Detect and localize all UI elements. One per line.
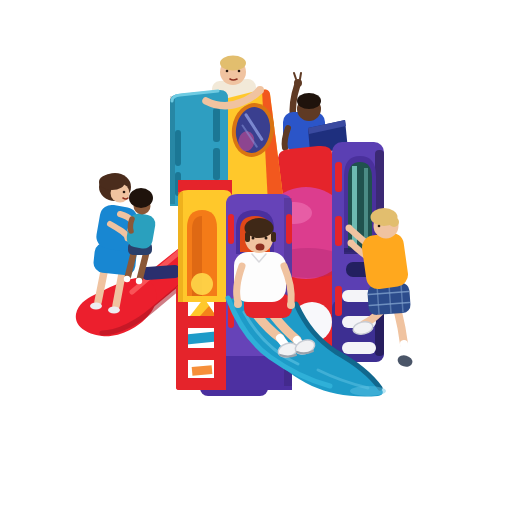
woman-eye xyxy=(123,191,126,194)
climb-boy-hand-2 xyxy=(348,240,355,247)
teal-slot-4 xyxy=(213,148,220,180)
pointing-hair xyxy=(297,93,321,109)
slide-child-arm xyxy=(130,219,132,231)
ladder-rung-hole-3 xyxy=(342,342,376,354)
toddler-hair xyxy=(220,56,246,71)
yellow-panel-edge-shade xyxy=(178,192,183,302)
slide-child-sock-1 xyxy=(124,276,130,282)
climb-boy-eye xyxy=(378,225,381,228)
toddler-hand xyxy=(256,86,264,94)
slide-boy-hand-left xyxy=(234,300,242,308)
toddler-eye-right xyxy=(238,70,241,73)
teal-slot-1 xyxy=(175,130,181,166)
teal-slot-3 xyxy=(213,108,220,142)
slide-boy-hand-right xyxy=(287,301,295,309)
playground-scene xyxy=(0,0,520,520)
ladder-glimpse-orange-2 xyxy=(192,365,213,376)
slide-boy-hair-side-2 xyxy=(271,232,276,242)
ladder-rung-2 xyxy=(176,316,230,328)
front-yellow-panel xyxy=(178,190,232,302)
pointing-hand xyxy=(294,79,302,87)
climb-boy-hair-back xyxy=(389,217,399,227)
woman-shoe-right xyxy=(108,307,120,314)
slide-child-sock-2 xyxy=(136,278,142,284)
right-panel-red-slot-3 xyxy=(335,286,342,316)
yellow-panel-arch-glow xyxy=(191,273,213,295)
purple-panel-red-slot-3 xyxy=(286,214,292,244)
woman-hair-fringe xyxy=(99,174,125,190)
slide-boy-eye-right xyxy=(265,237,268,240)
right-panel-red-slot-1 xyxy=(335,162,342,192)
product-photo-canvas xyxy=(0,0,520,520)
purple-panel-red-slot-1 xyxy=(228,214,234,244)
climb-boy-shirt xyxy=(360,231,409,290)
right-panel-red-slot-2 xyxy=(335,216,342,246)
pointing-left-arm xyxy=(285,128,288,148)
slide-boy-mouth xyxy=(256,244,265,251)
woman-shoe-left xyxy=(90,303,102,310)
toddler-eye-left xyxy=(226,70,229,73)
ladder-rung-4 xyxy=(176,378,230,390)
teal-panel-edge-shade xyxy=(170,96,175,204)
slide-child-hair xyxy=(129,188,153,208)
arch-window-pole-2 xyxy=(364,168,368,248)
climb-boy-sock-left xyxy=(404,344,405,354)
slide-boy-hair-side-1 xyxy=(245,232,250,242)
climb-boy-hand-1 xyxy=(346,225,353,232)
slide-boy-eye-left xyxy=(252,237,255,240)
blue-slide-end-lip xyxy=(350,386,386,396)
slide-support-bar xyxy=(142,265,181,281)
ladder-rung-3 xyxy=(176,348,230,360)
